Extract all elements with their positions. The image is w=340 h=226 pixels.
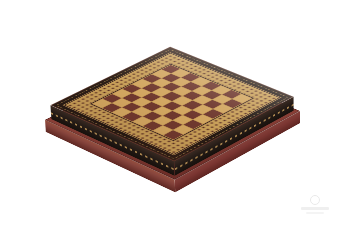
square-f1: [143, 121, 162, 130]
square-h5: [204, 109, 223, 118]
square-h1: [164, 130, 183, 139]
square-g3: [173, 115, 192, 124]
square-f3: [163, 111, 182, 120]
square-h3: [184, 120, 203, 129]
watermark-text-smudge: [301, 207, 329, 210]
camera-roll-wrapper: [0, 0, 340, 226]
square-c2: [123, 103, 142, 112]
square-c1: [113, 108, 132, 117]
square-e2: [143, 111, 162, 120]
square-h6: [213, 104, 232, 113]
square-e4: [163, 101, 182, 110]
square-g4: [183, 110, 202, 119]
square-f2: [153, 116, 172, 125]
square-g6: [203, 100, 222, 109]
watermark-logo-icon: [310, 195, 320, 205]
watermark-text-smudge-2: [306, 212, 324, 214]
square-d3: [143, 102, 162, 111]
square-b1: [103, 103, 122, 112]
square-h2: [174, 125, 193, 134]
watermark: [300, 195, 330, 217]
scene-3d: [0, 0, 340, 226]
square-h4: [194, 115, 213, 124]
square-d1: [123, 112, 142, 121]
square-d2: [133, 107, 152, 116]
square-g2: [163, 120, 182, 129]
square-f4: [173, 106, 192, 115]
square-g1: [153, 126, 172, 135]
square-e3: [153, 106, 172, 115]
square-f5: [183, 101, 202, 110]
square-g5: [193, 105, 212, 114]
square-h7: [223, 99, 242, 108]
square-e1: [133, 117, 152, 126]
product-photo-canvas: [0, 0, 340, 226]
